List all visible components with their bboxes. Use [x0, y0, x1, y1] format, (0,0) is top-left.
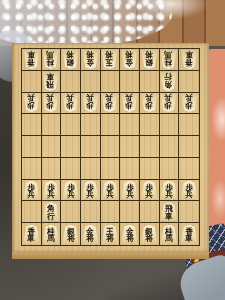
piece-kanji: 兵: [126, 94, 134, 102]
shogi-board: 香車桂馬銀将金将玉将金将銀将桂馬香車飛車角行歩兵歩兵歩兵歩兵歩兵歩兵歩兵歩兵歩兵…: [12, 43, 209, 252]
piece-kanji: 兵: [106, 191, 114, 199]
piece-kanji: 歩: [67, 102, 75, 110]
cell-r6-f5[interactable]: [101, 158, 121, 180]
cell-r8-f4[interactable]: [120, 201, 140, 223]
piece-fuhyo-gote[interactable]: 歩兵: [62, 93, 79, 112]
cell-r7-f1[interactable]: 歩兵: [179, 180, 199, 202]
cell-r4-f9[interactable]: [22, 114, 42, 136]
cell-r7-f4[interactable]: 歩兵: [120, 180, 140, 202]
cell-r3-f4[interactable]: 歩兵: [120, 93, 140, 115]
cell-r2-f3[interactable]: [140, 71, 160, 93]
piece-kanji: 歩: [126, 102, 134, 110]
cell-r9-f3[interactable]: 銀将: [140, 223, 160, 245]
piece-kanji: 将: [146, 51, 154, 59]
piece-kinsho-gote[interactable]: 金将: [82, 50, 99, 69]
piece-fuhyo-gote[interactable]: 歩兵: [121, 93, 138, 112]
piece-kanji: 銀: [67, 58, 75, 66]
piece-fuhyo-sente[interactable]: 歩兵: [82, 181, 99, 200]
piece-kakugyo-sente[interactable]: 角行: [42, 202, 59, 221]
piece-kanji: 兵: [87, 94, 95, 102]
piece-kanji: 玉: [106, 58, 114, 66]
cell-r3-f2[interactable]: 歩兵: [160, 93, 180, 115]
cell-r4-f7[interactable]: [61, 114, 81, 136]
piece-kanji: 車: [165, 213, 173, 221]
shogi-board-grid: 香車桂馬銀将金将玉将金将銀将桂馬香車飛車角行歩兵歩兵歩兵歩兵歩兵歩兵歩兵歩兵歩兵…: [21, 48, 200, 246]
piece-kanji: 歩: [106, 102, 114, 110]
cell-r5-f5[interactable]: [101, 136, 121, 158]
piece-kanji: 兵: [67, 191, 75, 199]
piece-fuhyo-gote[interactable]: 歩兵: [23, 93, 40, 112]
piece-hisha-gote[interactable]: 飛車: [42, 72, 59, 91]
piece-kanji: 車: [28, 51, 36, 59]
cell-r4-f1[interactable]: [179, 114, 199, 136]
piece-fuhyo-gote[interactable]: 歩兵: [181, 93, 198, 112]
piece-kanji: 兵: [146, 94, 154, 102]
cell-r4-f3[interactable]: [140, 114, 160, 136]
cell-r1-f6[interactable]: 金将: [81, 49, 101, 71]
piece-keima-sente[interactable]: 桂馬: [42, 225, 59, 244]
cell-r5-f7[interactable]: [61, 136, 81, 158]
cell-r9-f6[interactable]: 金将: [81, 223, 101, 245]
board-front-edge: [12, 252, 209, 259]
piece-fuhyo-sente[interactable]: 歩兵: [23, 181, 40, 200]
piece-fuhyo-sente[interactable]: 歩兵: [42, 181, 59, 200]
piece-kanji: 兵: [28, 94, 36, 102]
cell-r1-f9[interactable]: 香車: [22, 49, 42, 71]
piece-kanji: 兵: [165, 191, 173, 199]
cell-r8-f1[interactable]: [179, 201, 199, 223]
piece-kanji: 兵: [185, 191, 193, 199]
piece-kanji: 将: [106, 235, 114, 243]
cell-r7-f5[interactable]: 歩兵: [101, 180, 121, 202]
piece-kanji: 車: [47, 73, 55, 81]
piece-kanji: 歩: [146, 102, 154, 110]
cell-r6-f9[interactable]: [22, 158, 42, 180]
piece-kanji: 将: [67, 235, 75, 243]
cell-r5-f2[interactable]: [160, 136, 180, 158]
piece-osho-sente[interactable]: 王将: [101, 225, 118, 244]
cell-r7-f6[interactable]: 歩兵: [81, 180, 101, 202]
cell-r7-f8[interactable]: 歩兵: [42, 180, 62, 202]
cell-r3-f9[interactable]: 歩兵: [22, 93, 42, 115]
piece-ginsho-sente[interactable]: 銀将: [62, 225, 79, 244]
cell-r3-f1[interactable]: 歩兵: [179, 93, 199, 115]
piece-kinsho-sente[interactable]: 金将: [121, 225, 138, 244]
piece-kanji: 金: [126, 58, 134, 66]
cell-r5-f1[interactable]: [179, 136, 199, 158]
piece-kanji: 歩: [165, 102, 173, 110]
piece-kanji: 兵: [28, 191, 36, 199]
piece-kanji: 馬: [47, 235, 55, 243]
piece-fuhyo-gote[interactable]: 歩兵: [141, 93, 158, 112]
cell-r8-f2[interactable]: 飛車: [160, 201, 180, 223]
cell-r2-f7[interactable]: [61, 71, 81, 93]
piece-kanji: 兵: [67, 94, 75, 102]
cell-r5-f4[interactable]: [120, 136, 140, 158]
cell-r1-f3[interactable]: 銀将: [140, 49, 160, 71]
piece-kanji: 行: [165, 73, 173, 81]
cell-r8-f6[interactable]: [81, 201, 101, 223]
cell-r4-f2[interactable]: [160, 114, 180, 136]
piece-kanji: 歩: [87, 102, 95, 110]
cell-r3-f5[interactable]: 歩兵: [101, 93, 121, 115]
piece-kakugyo-gote[interactable]: 角行: [160, 72, 177, 91]
piece-fuhyo-sente[interactable]: 歩兵: [121, 181, 138, 200]
cell-r5-f9[interactable]: [22, 136, 42, 158]
cell-r9-f9[interactable]: 香車: [22, 223, 42, 245]
piece-keima-gote[interactable]: 桂馬: [42, 50, 59, 69]
cell-r4-f8[interactable]: [42, 114, 62, 136]
piece-gyokusho-gote[interactable]: 玉将: [101, 50, 118, 69]
piece-kanji: 車: [185, 51, 193, 59]
cell-r8-f9[interactable]: [22, 201, 42, 223]
cell-r8-f3[interactable]: [140, 201, 160, 223]
piece-kanji: 桂: [165, 58, 173, 66]
piece-kyosha-gote[interactable]: 香車: [181, 50, 198, 69]
cell-r3-f8[interactable]: 歩兵: [42, 93, 62, 115]
piece-kinsho-sente[interactable]: 金将: [82, 225, 99, 244]
piece-kanji: 将: [87, 235, 95, 243]
cell-r2-f8[interactable]: 飛車: [42, 71, 62, 93]
piece-kanji: 香: [185, 58, 193, 66]
cell-r7-f7[interactable]: 歩兵: [61, 180, 81, 202]
cell-r9-f4[interactable]: 金将: [120, 223, 140, 245]
piece-fuhyo-gote[interactable]: 歩兵: [101, 93, 118, 112]
piece-fuhyo-sente[interactable]: 歩兵: [101, 181, 118, 200]
cell-r8-f7[interactable]: [61, 201, 81, 223]
piece-ginsho-gote[interactable]: 銀将: [62, 50, 79, 69]
cell-r4-f5[interactable]: [101, 114, 121, 136]
cell-r1-f2[interactable]: 桂馬: [160, 49, 180, 71]
piece-kinsho-gote[interactable]: 金将: [121, 50, 138, 69]
photo-stage: 香車桂馬銀将金将玉将金将銀将桂馬香車飛車角行歩兵歩兵歩兵歩兵歩兵歩兵歩兵歩兵歩兵…: [0, 0, 225, 300]
cell-r3-f6[interactable]: 歩兵: [81, 93, 101, 115]
piece-kanji: 香: [28, 58, 36, 66]
piece-kanji: 歩: [47, 102, 55, 110]
piece-keima-sente[interactable]: 桂馬: [160, 225, 177, 244]
piece-kanji: 将: [87, 51, 95, 59]
piece-kyosha-sente[interactable]: 香車: [23, 225, 40, 244]
cell-r9-f8[interactable]: 桂馬: [42, 223, 62, 245]
cell-r8-f8[interactable]: 角行: [42, 201, 62, 223]
cell-r8-f5[interactable]: [101, 201, 121, 223]
piece-fuhyo-sente[interactable]: 歩兵: [141, 181, 158, 200]
piece-kanji: 将: [106, 51, 114, 59]
piece-kanji: 歩: [28, 102, 36, 110]
cell-r4-f4[interactable]: [120, 114, 140, 136]
piece-fuhyo-sente[interactable]: 歩兵: [181, 181, 198, 200]
piece-kanji: 兵: [47, 94, 55, 102]
cell-r3-f7[interactable]: 歩兵: [61, 93, 81, 115]
piece-kanji: 将: [126, 51, 134, 59]
cell-r2-f1[interactable]: [179, 71, 199, 93]
cell-r7-f2[interactable]: 歩兵: [160, 180, 180, 202]
piece-kanji: 歩: [185, 102, 193, 110]
piece-kanji: 兵: [146, 191, 154, 199]
cell-r9-f1[interactable]: 香車: [179, 223, 199, 245]
piece-kanji: 兵: [106, 94, 114, 102]
piece-kanji: 兵: [185, 94, 193, 102]
cell-r5-f6[interactable]: [81, 136, 101, 158]
piece-fuhyo-gote[interactable]: 歩兵: [160, 93, 177, 112]
piece-kanji: 馬: [47, 51, 55, 59]
piece-kanji: 馬: [165, 235, 173, 243]
cell-r2-f9[interactable]: [22, 71, 42, 93]
piece-kanji: 車: [28, 235, 36, 243]
cell-r2-f2[interactable]: 角行: [160, 71, 180, 93]
cell-r6-f3[interactable]: [140, 158, 160, 180]
cell-r1-f5[interactable]: 玉将: [101, 49, 121, 71]
piece-kanji: 将: [126, 235, 134, 243]
cell-r7-f3[interactable]: 歩兵: [140, 180, 160, 202]
piece-fuhyo-sente[interactable]: 歩兵: [160, 181, 177, 200]
cell-r3-f3[interactable]: 歩兵: [140, 93, 160, 115]
cell-r6-f7[interactable]: [61, 158, 81, 180]
piece-kanji: 兵: [165, 94, 173, 102]
cell-r2-f4[interactable]: [120, 71, 140, 93]
piece-kyosha-sente[interactable]: 香車: [181, 225, 198, 244]
piece-kanji: 馬: [165, 51, 173, 59]
piece-kanji: 兵: [126, 191, 134, 199]
piece-fuhyo-gote[interactable]: 歩兵: [42, 93, 59, 112]
cell-r9-f7[interactable]: 銀将: [61, 223, 81, 245]
cell-r9-f2[interactable]: 桂馬: [160, 223, 180, 245]
cell-r9-f5[interactable]: 王将: [101, 223, 121, 245]
piece-kanji: 桂: [47, 58, 55, 66]
piece-fuhyo-gote[interactable]: 歩兵: [82, 93, 99, 112]
piece-kyosha-gote[interactable]: 香車: [23, 50, 40, 69]
piece-ginsho-gote[interactable]: 銀将: [141, 50, 158, 69]
cell-r6-f1[interactable]: [179, 158, 199, 180]
piece-kanji: 将: [67, 51, 75, 59]
cell-r2-f5[interactable]: [101, 71, 121, 93]
piece-hisha-sente[interactable]: 飛車: [160, 202, 177, 221]
piece-kanji: 兵: [87, 191, 95, 199]
cell-r1-f4[interactable]: 金将: [120, 49, 140, 71]
piece-ginsho-sente[interactable]: 銀将: [141, 225, 158, 244]
cell-r6-f8[interactable]: [42, 158, 62, 180]
piece-kanji: 車: [185, 235, 193, 243]
cell-r6-f2[interactable]: [160, 158, 180, 180]
cell-r4-f6[interactable]: [81, 114, 101, 136]
cell-r1-f7[interactable]: 銀将: [61, 49, 81, 71]
cell-r7-f9[interactable]: 歩兵: [22, 180, 42, 202]
cell-r2-f6[interactable]: [81, 71, 101, 93]
cell-r5-f3[interactable]: [140, 136, 160, 158]
piece-kanji: 金: [87, 58, 95, 66]
piece-kanji: 兵: [47, 191, 55, 199]
cell-r6-f6[interactable]: [81, 158, 101, 180]
cell-r1-f8[interactable]: 桂馬: [42, 49, 62, 71]
piece-fuhyo-sente[interactable]: 歩兵: [62, 181, 79, 200]
cell-r6-f4[interactable]: [120, 158, 140, 180]
piece-kanji: 銀: [146, 58, 154, 66]
piece-kanji: 将: [146, 235, 154, 243]
cell-r1-f1[interactable]: 香車: [179, 49, 199, 71]
piece-kanji: 行: [47, 213, 55, 221]
piece-keima-gote[interactable]: 桂馬: [160, 50, 177, 69]
cell-r5-f8[interactable]: [42, 136, 62, 158]
